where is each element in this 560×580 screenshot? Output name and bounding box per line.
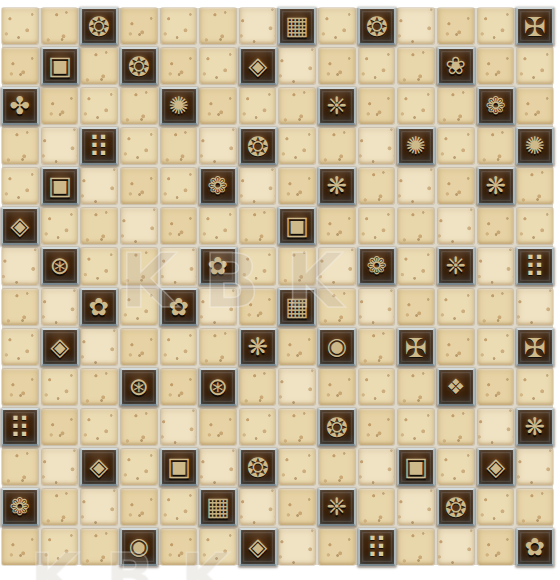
sunburst-icon: ❂ — [326, 413, 348, 440]
celtic-knot-icon: ✠ — [524, 333, 546, 360]
tile-r2-c2: ▣ — [41, 47, 79, 85]
tile-r14-c1 — [2, 529, 38, 565]
tile-r11-c5 — [161, 409, 197, 445]
tile-r6-c4 — [121, 208, 157, 244]
diamond-flower-icon: ◈ — [486, 455, 505, 479]
tile-r4-c4 — [121, 128, 157, 164]
tile-r11-c8 — [279, 409, 315, 445]
pinwheel-swirl-icon: ❋ — [327, 174, 347, 198]
tile-r10-c5 — [161, 369, 197, 405]
tile-r3-c11 — [398, 88, 434, 124]
snowflake-cross-icon: ❈ — [327, 94, 347, 118]
tile-r3-c14 — [517, 88, 553, 124]
tile-r9-c13 — [478, 329, 514, 365]
tile-r8-c4 — [121, 289, 157, 325]
tile-r13-c13 — [478, 489, 514, 525]
tile-r6-c10 — [359, 208, 395, 244]
tile-r10-c9 — [319, 369, 355, 405]
tile-r2-c13 — [478, 48, 514, 84]
tile-r10-c7 — [240, 369, 276, 405]
relief-ornament-icon: ▦ — [285, 13, 309, 38]
sunburst-icon: ❂ — [247, 133, 269, 160]
tile-r1-c1 — [2, 8, 38, 44]
tile-r14-c13 — [478, 529, 514, 565]
tile-r8-c9 — [319, 289, 355, 325]
rosette-flower-icon: ❁ — [208, 174, 228, 198]
tile-r3-c13: ❁ — [477, 87, 515, 125]
mosaic-grid: ❂▦❂✠▣❂◈❀✤✺❈❁⠿❂✺✺▣❁❋❋◈▣⊛✿❁❈⠿✿✿▦◈❋◉✠✠⊛⊛❖⠿❂… — [2, 8, 553, 565]
tile-r5-c13: ❋ — [477, 167, 515, 205]
tile-r9-c4 — [121, 329, 157, 365]
tile-r13-c12: ❂ — [437, 488, 475, 526]
tile-r8-c10 — [359, 289, 395, 325]
tile-r14-c2 — [42, 529, 78, 565]
tile-r2-c10 — [359, 48, 395, 84]
tile-r13-c8 — [279, 489, 315, 525]
sunburst-icon: ❂ — [445, 494, 467, 520]
tile-r7-c10: ❁ — [358, 247, 396, 285]
diamond-dots-icon: ◈ — [90, 455, 109, 479]
tile-r10-c3 — [81, 369, 117, 405]
snowflake-cross-icon: ❈ — [327, 495, 347, 519]
tile-r5-c6: ❁ — [199, 167, 237, 205]
pinwheel-swirl-icon: ❋ — [525, 415, 545, 439]
tile-r7-c2: ⊛ — [41, 247, 79, 285]
tile-r7-c14: ⠿ — [516, 247, 554, 285]
tile-r1-c9 — [319, 8, 355, 44]
four-petal-flower-icon: ❀ — [446, 54, 466, 78]
tile-r3-c2 — [42, 88, 78, 124]
tile-r14-c4: ◉ — [120, 528, 158, 566]
relief-ornament-icon: ▦ — [206, 494, 230, 519]
tile-r11-c14: ❋ — [516, 408, 554, 446]
tile-r7-c7 — [240, 248, 276, 284]
tile-r2-c11 — [398, 48, 434, 84]
tile-r11-c12 — [438, 409, 474, 445]
tile-r10-c14 — [517, 369, 553, 405]
tile-r4-c3: ⠿ — [80, 127, 118, 165]
tile-r8-c3: ✿ — [80, 287, 118, 325]
tile-r6-c2 — [42, 208, 78, 244]
tile-r7-c5 — [161, 248, 197, 284]
target-medallion-icon: ◉ — [327, 335, 347, 358]
tile-r1-c4 — [121, 8, 157, 44]
tile-r1-c14: ✠ — [516, 7, 554, 45]
tile-r12-c3: ◈ — [80, 448, 118, 486]
tile-r7-c1 — [2, 248, 38, 284]
tile-r12-c1 — [2, 449, 38, 485]
tile-r1-c7 — [240, 8, 276, 44]
tile-r5-c10 — [359, 168, 395, 204]
tile-r13-c5 — [161, 489, 197, 525]
target-medallion-icon: ◉ — [129, 535, 149, 558]
corner-ornament-icon: ❖ — [446, 376, 465, 397]
tile-r13-c10 — [359, 489, 395, 525]
tile-r9-c14: ✠ — [516, 327, 554, 365]
celtic-knot-icon: ✠ — [524, 13, 546, 40]
tile-r10-c10 — [359, 369, 395, 405]
tile-r2-c5 — [161, 48, 197, 84]
tile-r6-c3 — [81, 208, 117, 244]
tile-r1-c11 — [398, 8, 434, 44]
square-medallion-icon: ▣ — [285, 214, 309, 239]
sunburst-icon: ❂ — [128, 53, 150, 79]
tile-r9-c2: ◈ — [41, 327, 79, 365]
square-medallion-icon: ▣ — [47, 53, 71, 78]
tile-r11-c11 — [398, 409, 434, 445]
tile-r13-c6: ▦ — [199, 488, 237, 526]
tile-r5-c12 — [438, 168, 474, 204]
tile-r3-c1: ✤ — [1, 87, 39, 125]
dots-grid-icon: ⠿ — [89, 132, 110, 161]
tile-r3-c9: ❈ — [318, 87, 356, 125]
square-medallion-icon: ▣ — [47, 174, 71, 199]
dots-grid-icon: ⠿ — [366, 533, 387, 562]
tile-r13-c3 — [81, 489, 117, 525]
tile-r11-c2 — [42, 409, 78, 445]
daisy-flower-icon: ✿ — [208, 254, 228, 278]
tile-r3-c10 — [359, 88, 395, 124]
tile-r10-c1 — [2, 369, 38, 405]
tile-r1-c5 — [161, 8, 197, 44]
tile-r11-c13 — [478, 409, 514, 445]
tile-r10-c13 — [478, 369, 514, 405]
tile-r12-c4 — [121, 449, 157, 485]
tile-r2-c4: ❂ — [120, 47, 158, 85]
sunburst-icon: ❂ — [365, 13, 387, 40]
tile-r6-c1: ◈ — [1, 207, 39, 245]
tile-r7-c9 — [319, 248, 355, 284]
tile-r7-c6: ✿ — [199, 247, 237, 285]
tile-r12-c12 — [438, 449, 474, 485]
tile-r5-c1 — [2, 168, 38, 204]
tile-r12-c9 — [319, 449, 355, 485]
tile-r9-c11: ✠ — [397, 327, 435, 365]
tile-r12-c5: ▣ — [159, 448, 197, 486]
diamond-medallion-icon: ◈ — [248, 54, 267, 78]
tile-r12-c14 — [517, 449, 553, 485]
tile-r4-c6 — [200, 128, 236, 164]
tile-r2-c7: ◈ — [239, 47, 277, 85]
celtic-rings-icon: ⊛ — [208, 374, 228, 398]
tile-r3-c12 — [438, 88, 474, 124]
star-in-circle-icon: ✺ — [525, 134, 545, 158]
tile-r14-c11 — [398, 529, 434, 565]
tile-r8-c14 — [517, 289, 553, 325]
tile-r2-c3 — [81, 48, 117, 84]
mosaic-product-photo: ❂▦❂✠▣❂◈❀✤✺❈❁⠿❂✺✺▣❁❋❋◈▣⊛✿❁❈⠿✿✿▦◈❋◉✠✠⊛⊛❖⠿❂… — [0, 0, 560, 580]
tile-r6-c6 — [200, 208, 236, 244]
tile-r6-c7 — [240, 208, 276, 244]
tile-r10-c8 — [279, 369, 315, 405]
tile-r11-c4 — [121, 409, 157, 445]
tile-r10-c6: ⊛ — [199, 368, 237, 406]
tile-r4-c8 — [279, 128, 315, 164]
dots-grid-icon: ⠿ — [525, 252, 546, 281]
tile-r4-c14: ✺ — [516, 127, 554, 165]
tile-r13-c14 — [517, 489, 553, 525]
daisy-flower-icon: ✿ — [525, 535, 545, 559]
tile-r14-c14: ✿ — [516, 528, 554, 566]
tile-r11-c10 — [359, 409, 395, 445]
tile-r5-c2: ▣ — [41, 167, 79, 205]
tile-r3-c4 — [121, 88, 157, 124]
tile-r7-c13 — [478, 248, 514, 284]
diamond-medallion-icon: ◈ — [248, 535, 267, 559]
tile-r10-c12: ❖ — [437, 368, 475, 406]
tile-r11-c9: ❂ — [318, 408, 356, 446]
tile-r4-c9 — [319, 128, 355, 164]
tile-r5-c8 — [279, 168, 315, 204]
tile-r12-c11: ▣ — [397, 448, 435, 486]
tile-r14-c3 — [81, 529, 117, 565]
tile-r7-c3 — [81, 248, 117, 284]
tile-r9-c5 — [161, 329, 197, 365]
tile-r9-c7: ❋ — [239, 327, 277, 365]
celtic-rings-icon: ⊛ — [49, 254, 69, 278]
tile-r3-c8 — [279, 88, 315, 124]
tile-r2-c12: ❀ — [437, 47, 475, 85]
daisy-flower-icon: ✿ — [168, 294, 188, 318]
rosette-flower-icon: ❁ — [10, 495, 30, 519]
tile-r12-c7: ❂ — [239, 448, 277, 486]
tile-r13-c9: ❈ — [318, 488, 356, 526]
tile-r7-c4 — [121, 248, 157, 284]
rosette-flower-icon: ❁ — [366, 254, 386, 278]
tile-r9-c9: ◉ — [318, 327, 356, 365]
tile-r3-c6 — [200, 88, 236, 124]
tile-r12-c6 — [200, 449, 236, 485]
sunburst-icon: ❂ — [247, 454, 269, 481]
tile-r10-c11 — [398, 369, 434, 405]
tile-r8-c1 — [2, 289, 38, 325]
tile-r10-c4: ⊛ — [120, 368, 158, 406]
tile-r5-c5 — [161, 168, 197, 204]
tile-r8-c7 — [240, 289, 276, 325]
dots-grid-icon: ⠿ — [9, 412, 30, 441]
square-medallion-icon: ▣ — [166, 454, 190, 479]
tile-r2-c14 — [517, 48, 553, 84]
celtic-knot-icon: ✠ — [405, 333, 427, 360]
tile-r11-c3 — [81, 409, 117, 445]
tile-r8-c2 — [42, 289, 78, 325]
tile-r13-c4 — [121, 489, 157, 525]
tile-r11-c1: ⠿ — [1, 408, 39, 446]
diamond-flower-icon: ◈ — [10, 214, 29, 238]
tile-r4-c13 — [478, 128, 514, 164]
tile-r8-c11 — [398, 289, 434, 325]
tile-r14-c8 — [279, 529, 315, 565]
tile-r8-c6 — [200, 289, 236, 325]
tile-r12-c13: ◈ — [477, 448, 515, 486]
square-medallion-icon: ▣ — [404, 454, 428, 479]
tile-r9-c6 — [200, 329, 236, 365]
tile-r6-c13 — [478, 208, 514, 244]
tile-r4-c10 — [359, 128, 395, 164]
tile-r4-c2 — [42, 128, 78, 164]
snowflake-cross-icon: ❈ — [446, 254, 466, 278]
rosette-flower-icon: ❁ — [485, 94, 505, 118]
tile-r13-c7 — [240, 489, 276, 525]
tile-r5-c9: ❋ — [318, 167, 356, 205]
tile-r1-c6 — [200, 8, 236, 44]
tile-r5-c7 — [240, 168, 276, 204]
diamond-medallion-icon: ◈ — [50, 334, 69, 358]
star-in-circle-icon: ✺ — [168, 94, 188, 118]
pinwheel-swirl-icon: ❋ — [247, 334, 267, 358]
tile-r10-c2 — [42, 369, 78, 405]
tile-r1-c12 — [438, 8, 474, 44]
tile-r14-c6 — [200, 529, 236, 565]
tile-r8-c5: ✿ — [159, 287, 197, 325]
pinwheel-swirl-icon: ❋ — [485, 174, 505, 198]
tile-r3-c3 — [81, 88, 117, 124]
tile-r8-c13 — [478, 289, 514, 325]
quatrefoil-knot-icon: ✤ — [10, 94, 30, 118]
tile-r4-c5 — [161, 128, 197, 164]
tile-r1-c3: ❂ — [80, 7, 118, 45]
tile-r13-c2 — [42, 489, 78, 525]
relief-ornament-icon: ▦ — [285, 294, 309, 319]
celtic-rings-icon: ⊛ — [129, 374, 149, 398]
tile-r6-c12 — [438, 208, 474, 244]
tile-r9-c10 — [359, 329, 395, 365]
tile-r3-c7 — [240, 88, 276, 124]
tile-r2-c1 — [2, 48, 38, 84]
tile-r3-c5: ✺ — [159, 87, 197, 125]
tile-r13-c1: ❁ — [1, 488, 39, 526]
tile-r5-c14 — [517, 168, 553, 204]
tile-r1-c8: ▦ — [278, 7, 316, 45]
tile-r9-c8 — [279, 329, 315, 365]
tile-r2-c8 — [279, 48, 315, 84]
tile-r1-c13 — [478, 8, 514, 44]
tile-r9-c12 — [438, 329, 474, 365]
tile-r4-c1 — [2, 128, 38, 164]
tile-r11-c7 — [240, 409, 276, 445]
tile-r7-c12: ❈ — [437, 247, 475, 285]
tile-r4-c12 — [438, 128, 474, 164]
tile-r4-c7: ❂ — [239, 127, 277, 165]
tile-r7-c8 — [279, 248, 315, 284]
tile-r1-c2 — [42, 8, 78, 44]
tile-r14-c9 — [319, 529, 355, 565]
tile-r9-c1 — [2, 329, 38, 365]
tile-r6-c5 — [161, 208, 197, 244]
tile-r6-c9 — [319, 208, 355, 244]
tile-r2-c6 — [200, 48, 236, 84]
star-in-circle-icon: ✺ — [406, 134, 426, 158]
tile-r8-c8: ▦ — [278, 287, 316, 325]
tile-r12-c2 — [42, 449, 78, 485]
tile-r14-c12 — [438, 529, 474, 565]
tile-r5-c11 — [398, 168, 434, 204]
tile-r6-c14 — [517, 208, 553, 244]
tile-r14-c7: ◈ — [239, 528, 277, 566]
tile-r12-c8 — [279, 449, 315, 485]
tile-r12-c10 — [359, 449, 395, 485]
daisy-flower-icon: ✿ — [89, 294, 109, 318]
tile-r1-c10: ❂ — [358, 7, 396, 45]
tile-r4-c11: ✺ — [397, 127, 435, 165]
tile-r13-c11 — [398, 489, 434, 525]
tile-r8-c12 — [438, 289, 474, 325]
tile-r2-c9 — [319, 48, 355, 84]
tile-r9-c3 — [81, 329, 117, 365]
tile-r14-c10: ⠿ — [358, 528, 396, 566]
tile-r6-c11 — [398, 208, 434, 244]
tile-r5-c4 — [121, 168, 157, 204]
sunburst-icon: ❂ — [88, 13, 110, 40]
tile-r11-c6 — [200, 409, 236, 445]
tile-r6-c8: ▣ — [278, 207, 316, 245]
tile-r14-c5 — [161, 529, 197, 565]
tile-r5-c3 — [81, 168, 117, 204]
tile-r7-c11 — [398, 248, 434, 284]
